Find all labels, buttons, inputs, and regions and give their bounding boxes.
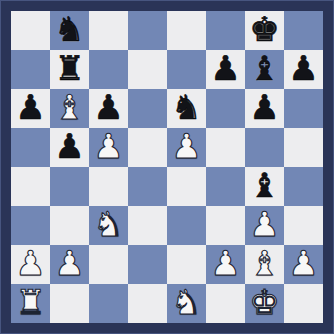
square-e8[interactable] [167, 11, 206, 50]
black-pawn[interactable]: ♟ [93, 88, 123, 127]
black-pawn[interactable]: ♟ [249, 88, 279, 127]
square-h6[interactable] [284, 89, 323, 128]
square-d1[interactable] [128, 284, 167, 323]
white-rook[interactable]: ♜ [15, 283, 45, 322]
white-pawn[interactable]: ♟ [249, 205, 279, 244]
chess-board: ♞♚♜♟♝♟♟♝♟♞♟♟♟♟♝♞♟♟♟♟♝♟♜♞♚ [11, 11, 323, 323]
square-g2[interactable]: ♝ [245, 245, 284, 284]
square-f8[interactable] [206, 11, 245, 50]
square-a6[interactable]: ♟ [11, 89, 50, 128]
square-c3[interactable]: ♞ [89, 206, 128, 245]
white-pawn[interactable]: ♟ [54, 244, 84, 283]
square-a7[interactable] [11, 50, 50, 89]
square-c2[interactable] [89, 245, 128, 284]
square-f1[interactable] [206, 284, 245, 323]
square-c4[interactable] [89, 167, 128, 206]
black-rook[interactable]: ♜ [54, 49, 84, 88]
square-b6[interactable]: ♝ [50, 89, 89, 128]
square-d2[interactable] [128, 245, 167, 284]
square-e2[interactable] [167, 245, 206, 284]
square-c6[interactable]: ♟ [89, 89, 128, 128]
square-d5[interactable] [128, 128, 167, 167]
square-f6[interactable] [206, 89, 245, 128]
square-c7[interactable] [89, 50, 128, 89]
square-g7[interactable]: ♝ [245, 50, 284, 89]
square-a5[interactable] [11, 128, 50, 167]
square-h2[interactable]: ♟ [284, 245, 323, 284]
black-knight[interactable]: ♞ [54, 10, 84, 49]
square-d3[interactable] [128, 206, 167, 245]
square-c8[interactable] [89, 11, 128, 50]
square-f5[interactable] [206, 128, 245, 167]
square-d7[interactable] [128, 50, 167, 89]
white-king[interactable]: ♚ [249, 283, 279, 322]
white-knight[interactable]: ♞ [93, 205, 123, 244]
square-e6[interactable]: ♞ [167, 89, 206, 128]
square-e4[interactable] [167, 167, 206, 206]
square-e1[interactable]: ♞ [167, 284, 206, 323]
square-e3[interactable] [167, 206, 206, 245]
white-knight[interactable]: ♞ [171, 283, 201, 322]
black-knight[interactable]: ♞ [171, 88, 201, 127]
white-pawn[interactable]: ♟ [210, 244, 240, 283]
square-b1[interactable] [50, 284, 89, 323]
square-h7[interactable]: ♟ [284, 50, 323, 89]
black-bishop[interactable]: ♝ [249, 49, 279, 88]
square-h3[interactable] [284, 206, 323, 245]
square-g8[interactable]: ♚ [245, 11, 284, 50]
square-b3[interactable] [50, 206, 89, 245]
square-a8[interactable] [11, 11, 50, 50]
square-g4[interactable]: ♝ [245, 167, 284, 206]
square-a3[interactable] [11, 206, 50, 245]
square-e5[interactable]: ♟ [167, 128, 206, 167]
white-pawn[interactable]: ♟ [93, 127, 123, 166]
square-h5[interactable] [284, 128, 323, 167]
white-pawn[interactable]: ♟ [288, 244, 318, 283]
white-bishop[interactable]: ♝ [249, 244, 279, 283]
square-g3[interactable]: ♟ [245, 206, 284, 245]
square-h4[interactable] [284, 167, 323, 206]
square-c1[interactable] [89, 284, 128, 323]
white-pawn[interactable]: ♟ [15, 244, 45, 283]
square-a2[interactable]: ♟ [11, 245, 50, 284]
square-h1[interactable] [284, 284, 323, 323]
black-pawn[interactable]: ♟ [15, 88, 45, 127]
square-f7[interactable]: ♟ [206, 50, 245, 89]
black-bishop[interactable]: ♝ [249, 166, 279, 205]
square-b5[interactable]: ♟ [50, 128, 89, 167]
square-b2[interactable]: ♟ [50, 245, 89, 284]
square-a4[interactable] [11, 167, 50, 206]
black-pawn[interactable]: ♟ [288, 49, 318, 88]
white-bishop[interactable]: ♝ [54, 88, 84, 127]
square-f4[interactable] [206, 167, 245, 206]
square-d4[interactable] [128, 167, 167, 206]
square-a1[interactable]: ♜ [11, 284, 50, 323]
square-e7[interactable] [167, 50, 206, 89]
square-d8[interactable] [128, 11, 167, 50]
square-f2[interactable]: ♟ [206, 245, 245, 284]
black-king[interactable]: ♚ [249, 10, 279, 49]
square-g1[interactable]: ♚ [245, 284, 284, 323]
square-g5[interactable] [245, 128, 284, 167]
square-g6[interactable]: ♟ [245, 89, 284, 128]
white-pawn[interactable]: ♟ [171, 127, 201, 166]
square-f3[interactable] [206, 206, 245, 245]
square-h8[interactable] [284, 11, 323, 50]
black-pawn[interactable]: ♟ [210, 49, 240, 88]
board-frame: ♞♚♜♟♝♟♟♝♟♞♟♟♟♟♝♞♟♟♟♟♝♟♜♞♚ [0, 0, 334, 334]
square-b8[interactable]: ♞ [50, 11, 89, 50]
black-pawn[interactable]: ♟ [54, 127, 84, 166]
square-b4[interactable] [50, 167, 89, 206]
square-c5[interactable]: ♟ [89, 128, 128, 167]
square-d6[interactable] [128, 89, 167, 128]
square-b7[interactable]: ♜ [50, 50, 89, 89]
